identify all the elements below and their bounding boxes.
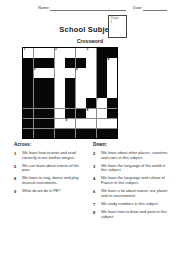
- grid-cell[interactable]: [65, 48, 75, 58]
- grid-cell[interactable]: [76, 98, 86, 108]
- crossword-grid: 123456789: [22, 47, 118, 139]
- clue-number: 7: [97, 98, 99, 102]
- clue-number: 5: [34, 68, 36, 72]
- clue-number: 2: [55, 48, 57, 52]
- grid-cell-black: [23, 98, 33, 108]
- score-box-line-2: 1: [109, 20, 126, 24]
- clue-item: 3We learn the language of the world in t…: [93, 164, 171, 173]
- clue-item-text: We learn how to write and read correctly…: [22, 151, 88, 160]
- grid-cell[interactable]: [55, 98, 65, 108]
- grid-cell[interactable]: 8: [86, 109, 96, 119]
- grid-cell[interactable]: [55, 109, 65, 119]
- down-clue-list: 2We learn about other places, countries …: [93, 151, 171, 219]
- clue-number: 6: [76, 68, 78, 72]
- grid-cell-black: [23, 88, 33, 98]
- clue-number: 1: [24, 48, 26, 52]
- puzzle-subtitle: Crossword: [0, 38, 180, 44]
- clue-number: 9: [66, 119, 68, 123]
- across-clues-section: Across: 1We learn how to write and read …: [14, 142, 88, 198]
- grid-cell-black: [44, 58, 54, 68]
- name-label: Name:: [38, 5, 50, 10]
- down-clues-section: Down: 2We learn about other places, coun…: [93, 142, 171, 223]
- grid-cell[interactable]: 7: [97, 98, 107, 108]
- grid-cell[interactable]: 9: [65, 119, 75, 129]
- across-header: Across:: [14, 142, 88, 147]
- grid-cell-black: [44, 109, 54, 119]
- clue-item-number: 9: [14, 189, 22, 194]
- grid-cell-black: [97, 48, 107, 58]
- clue-item-text: We learn the language of the world in th…: [101, 164, 171, 173]
- grid-cell-black: [65, 78, 75, 88]
- grid-cell[interactable]: [34, 48, 44, 58]
- grid-cell-black: [86, 129, 96, 139]
- grid-cell-black: [97, 58, 107, 68]
- grid-cell[interactable]: [76, 88, 86, 98]
- grid-cell-black: [44, 129, 54, 139]
- clue-item-text: We study numbers in this subject.: [101, 202, 171, 207]
- clue-number: 3: [87, 48, 89, 52]
- grid-cell[interactable]: [86, 119, 96, 129]
- clue-item-number: 8: [93, 210, 101, 219]
- grid-cell[interactable]: [107, 119, 117, 129]
- grid-cell[interactable]: 4: [107, 58, 117, 68]
- grid-cell-black: [65, 88, 75, 98]
- grid-cell-black: [76, 129, 86, 139]
- grid-cell-black: [44, 78, 54, 88]
- grid-cell-black: [23, 78, 33, 88]
- score-box: 10 pts 1: [108, 15, 127, 38]
- clue-item: 6We learn a lot about nature, our planet…: [93, 189, 171, 198]
- grid-cell[interactable]: [97, 109, 107, 119]
- clue-item: 4We learn the language and culture of Fr…: [93, 176, 171, 185]
- grid-cell-black: [76, 109, 86, 119]
- grid-cell-black: [34, 78, 44, 88]
- grid-cell[interactable]: [86, 68, 96, 78]
- grid-cell-black: [23, 58, 33, 68]
- grid-cell[interactable]: [44, 48, 54, 58]
- grid-cell-black: [107, 109, 117, 119]
- clue-item: 8We learn to sing, dance and play musica…: [14, 176, 88, 185]
- grid-cell[interactable]: [55, 68, 65, 78]
- grid-cell-black: [97, 129, 107, 139]
- grid-cell-black: [23, 129, 33, 139]
- grid-cell[interactable]: [76, 119, 86, 129]
- clue-item-number: 3: [93, 164, 101, 173]
- grid-cell-black: [55, 129, 65, 139]
- grid-cell[interactable]: [55, 58, 65, 68]
- down-header: Down:: [93, 142, 171, 147]
- grid-cell[interactable]: [76, 78, 86, 88]
- grid-cell[interactable]: [107, 88, 117, 98]
- grid-cell[interactable]: [55, 119, 65, 129]
- grid-cell[interactable]: [86, 78, 96, 88]
- clue-number: 8: [87, 109, 89, 113]
- grid-cell[interactable]: [76, 48, 86, 58]
- grid-cell-black: [97, 68, 107, 78]
- grid-cell-black: [34, 119, 44, 129]
- grid-cell-black: [65, 129, 75, 139]
- grid-cell-black: [34, 129, 44, 139]
- grid-cell-black: [34, 88, 44, 98]
- clue-item-number: 1: [14, 151, 22, 160]
- grid-cell-black: [65, 109, 75, 119]
- grid-cell-black: [107, 129, 117, 139]
- grid-cell-black: [86, 98, 96, 108]
- clue-item-text: We learn a lot about nature, our planet …: [101, 189, 171, 198]
- grid-cell-black: [23, 109, 33, 119]
- grid-cell-black: [23, 68, 33, 78]
- grid-cell-black: [44, 98, 54, 108]
- grid-cell[interactable]: 6: [76, 68, 86, 78]
- clue-item-text: We can learn about events of the past.: [22, 164, 88, 173]
- grid-cell[interactable]: 5: [34, 68, 44, 78]
- clue-item: 5We can learn about events of the past.: [14, 164, 88, 173]
- clue-item-number: 5: [14, 164, 22, 173]
- grid-cell[interactable]: [97, 119, 107, 129]
- clue-item-text: We learn to sing, dance and play musical…: [22, 176, 88, 185]
- grid-cell[interactable]: [65, 68, 75, 78]
- name-blank-line[interactable]: [50, 5, 126, 11]
- grid-cell-black: [107, 98, 117, 108]
- grid-cell[interactable]: [107, 78, 117, 88]
- clue-item-number: 7: [93, 202, 101, 207]
- clue-item-text: What do we do in PE?: [22, 189, 88, 194]
- clue-item: 9What do we do in PE?: [14, 189, 88, 194]
- across-clue-list: 1We learn how to write and read correctl…: [14, 151, 88, 194]
- clue-item: 7We study numbers in this subject.: [93, 202, 171, 207]
- clue-item-number: 8: [14, 176, 22, 185]
- clue-number: 4: [108, 58, 110, 62]
- grid-cell-black: [34, 98, 44, 108]
- clue-item: 8We learn how to draw and paint in this …: [93, 210, 171, 219]
- grid-cell[interactable]: [44, 68, 54, 78]
- grid-cell-black: [34, 109, 44, 119]
- grid-cell-black: [97, 78, 107, 88]
- grid-cell[interactable]: [86, 58, 96, 68]
- grid-cell[interactable]: 1: [23, 48, 33, 58]
- grid-cell-black: [44, 119, 54, 129]
- grid-cell-black: [65, 58, 75, 68]
- grid-cell[interactable]: [55, 78, 65, 88]
- clue-item-number: 2: [93, 151, 101, 160]
- grid-cell[interactable]: 2: [55, 48, 65, 58]
- clue-item-text: We learn the language and culture of Fra…: [101, 176, 171, 185]
- clue-item-number: 4: [93, 176, 101, 185]
- date-blank-line[interactable]: [143, 5, 167, 11]
- clue-item: 2We learn about other places, countries …: [93, 151, 171, 160]
- header-line: Name: Date:: [0, 5, 180, 13]
- grid-cell[interactable]: [107, 68, 117, 78]
- clue-item: 1We learn how to write and read correctl…: [14, 151, 88, 160]
- worksheet-title: School Subjects: [0, 25, 180, 34]
- grid-cell-black: [65, 98, 75, 108]
- clue-item-number: 6: [93, 189, 101, 198]
- grid-cell-black: [44, 88, 54, 98]
- clue-item-text: We learn about other places, countries a…: [101, 151, 171, 160]
- date-label: Date:: [133, 5, 143, 10]
- grid-cell[interactable]: [55, 88, 65, 98]
- grid-cell-black: [23, 119, 33, 129]
- grid-cell[interactable]: [86, 88, 96, 98]
- clue-item-text: We learn how to draw and paint in this s…: [101, 210, 171, 219]
- grid-cell[interactable]: 3: [86, 48, 96, 58]
